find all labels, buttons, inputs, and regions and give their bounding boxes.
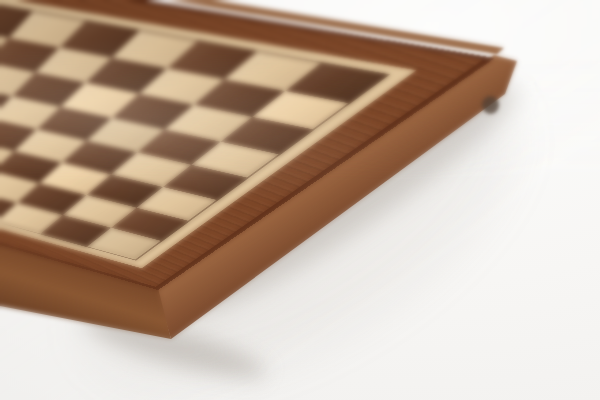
board-foot — [482, 96, 499, 114]
photo-scene — [0, 0, 600, 400]
